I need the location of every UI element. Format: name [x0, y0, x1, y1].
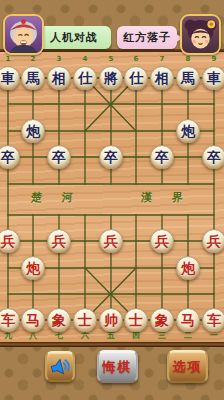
- granny-avatar-icon: [5, 16, 42, 53]
- river-label-hanjie: 漢 界: [140, 190, 191, 205]
- piece-black[interactable]: 相: [150, 66, 174, 90]
- opponent-avatar: [3, 14, 44, 55]
- file-number-top: 9: [207, 55, 221, 63]
- speaker-icon: [49, 356, 71, 378]
- piece-black[interactable]: 卒: [99, 145, 123, 169]
- file-number-bottom: 八: [26, 331, 40, 340]
- game-mode-bubble: 人机对战: [37, 26, 111, 49]
- piece-black[interactable]: 相: [47, 66, 71, 90]
- file-number-bottom: 一: [207, 331, 221, 340]
- options-button[interactable]: 选项: [167, 350, 208, 383]
- piece-black[interactable]: 卒: [47, 145, 71, 169]
- piece-red[interactable]: 兵: [202, 229, 224, 253]
- piece-black[interactable]: 卒: [150, 145, 174, 169]
- file-number-bottom: 六: [78, 331, 92, 340]
- piece-black[interactable]: 炮: [176, 119, 200, 143]
- file-number-bottom: 二: [181, 331, 195, 340]
- piece-black[interactable]: 炮: [21, 119, 45, 143]
- piece-red[interactable]: 兵: [47, 229, 71, 253]
- file-number-bottom: 三: [155, 331, 169, 340]
- file-number-top: 5: [104, 55, 118, 63]
- piece-red[interactable]: 帅: [99, 308, 123, 332]
- file-number-top: 4: [78, 55, 92, 63]
- piece-red[interactable]: 兵: [99, 229, 123, 253]
- piece-black[interactable]: 車: [202, 66, 224, 90]
- file-number-bottom: 七: [52, 331, 66, 340]
- player-avatar: [180, 14, 221, 55]
- piece-black[interactable]: 仕: [73, 66, 97, 90]
- piece-black[interactable]: 將: [99, 66, 123, 90]
- piece-red[interactable]: 炮: [176, 256, 200, 280]
- file-number-top: 6: [129, 55, 143, 63]
- options-button-label: 选项: [173, 358, 203, 376]
- file-number-top: 2: [26, 55, 40, 63]
- piece-black[interactable]: 仕: [124, 66, 148, 90]
- undo-button[interactable]: 悔棋: [97, 350, 138, 383]
- piece-red[interactable]: 兵: [150, 229, 174, 253]
- piece-red[interactable]: 车: [202, 308, 224, 332]
- file-number-top: 1: [1, 55, 15, 63]
- xiangqi-board[interactable]: 楚 河 漢 界 123456789 九八七六五四三二一 車馬相仕將仕相馬車炮炮卒…: [0, 49, 224, 347]
- file-number-top: 3: [52, 55, 66, 63]
- piece-red[interactable]: 马: [21, 308, 45, 332]
- girl-avatar-icon: [182, 16, 219, 53]
- piece-red[interactable]: 士: [124, 308, 148, 332]
- river-label-chuhe: 楚 河: [30, 190, 81, 205]
- piece-red[interactable]: 象: [47, 308, 71, 332]
- file-number-top: 7: [155, 55, 169, 63]
- sound-button[interactable]: [45, 351, 75, 382]
- turn-indicator-label: 红方落子: [123, 30, 171, 45]
- game-mode-label: 人机对战: [50, 30, 98, 45]
- piece-red[interactable]: 士: [73, 308, 97, 332]
- piece-red[interactable]: 马: [176, 308, 200, 332]
- file-number-bottom: 五: [104, 331, 118, 340]
- xiangqi-app-screen: 人机对战 红方落子: [0, 0, 224, 400]
- piece-black[interactable]: 卒: [202, 145, 224, 169]
- piece-black[interactable]: 馬: [21, 66, 45, 90]
- file-number-top: 8: [181, 55, 195, 63]
- undo-button-label: 悔棋: [103, 358, 133, 376]
- turn-indicator-bubble: 红方落子: [117, 26, 177, 49]
- file-number-bottom: 九: [1, 331, 15, 340]
- piece-black[interactable]: 馬: [176, 66, 200, 90]
- file-number-bottom: 四: [129, 331, 143, 340]
- piece-red[interactable]: 炮: [21, 256, 45, 280]
- piece-red[interactable]: 象: [150, 308, 174, 332]
